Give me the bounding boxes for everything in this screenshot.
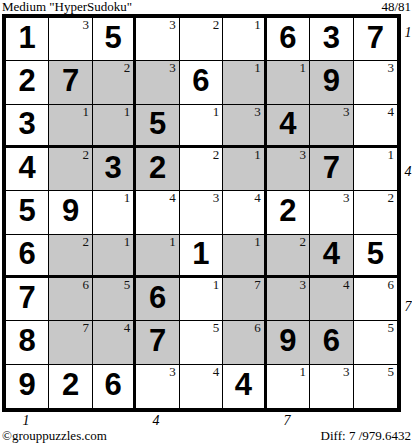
pencil-digit: 1 [254,61,261,75]
cell-r6c1[interactable]: 6 [6,235,49,278]
cell-r1c6[interactable]: 1 [223,18,266,61]
cell-r9c9[interactable]: 5 [354,365,397,408]
cell-r1c9[interactable]: 7 [354,18,397,61]
given-digit: 3 [93,150,133,186]
pencil-digit: 1 [213,105,220,119]
cell-r4c7[interactable]: 3 [267,148,310,191]
puzzle-page: Medium "HyperSudoku" 48/81 1353216372723… [0,0,412,445]
given-digit: 6 [267,20,309,56]
cell-r3c4[interactable]: 5 [136,105,179,148]
pencil-digit: 4 [169,191,176,205]
given-digit: 2 [136,150,178,186]
pencil-digit: 1 [387,148,394,162]
pencil-digit: 1 [300,61,307,75]
pencil-digit: 3 [213,191,220,205]
cell-r9c4[interactable]: 3 [136,365,179,408]
given-digit: 3 [6,105,48,141]
cell-r6c3[interactable]: 1 [93,235,136,278]
pencil-digit: 1 [300,365,307,379]
cell-r5c5[interactable]: 3 [180,191,223,234]
cell-r6c6[interactable]: 1 [223,235,266,278]
cell-r1c5[interactable]: 2 [180,18,223,61]
col-marker-7: 7 [278,413,296,429]
pencil-digit: 3 [300,278,307,292]
pencil-digit: 3 [169,365,176,379]
cell-r3c2[interactable]: 1 [49,105,92,148]
pencil-digit: 1 [254,18,261,32]
cell-r3c5[interactable]: 1 [180,105,223,148]
given-digit: 8 [6,323,48,359]
difficulty-text: Diff: 7 /979.6432 [321,428,411,443]
cell-r4c4[interactable]: 2 [136,148,179,191]
pencil-digit: 6 [254,321,261,335]
given-digit: 3 [310,20,352,56]
given-digit: 7 [49,63,91,99]
given-digit: 9 [267,323,309,359]
cell-r6c9[interactable]: 5 [354,235,397,278]
cell-r1c8[interactable]: 3 [310,18,353,61]
given-digit: 6 [6,235,48,271]
pencil-digit: 1 [213,278,220,292]
pencil-digit: 1 [254,148,261,162]
cell-r6c7[interactable]: 2 [267,235,310,278]
cell-r2c5[interactable]: 6 [180,61,223,104]
cell-r2c4[interactable]: 3 [136,61,179,104]
cell-r2c2[interactable]: 7 [49,61,92,104]
cell-r8c5[interactable]: 5 [180,321,223,364]
given-digit: 5 [93,20,133,56]
cell-r8c6[interactable]: 6 [223,321,266,364]
given-digit: 6 [136,280,178,316]
pencil-digit: 2 [82,235,89,249]
pencil-digit: 1 [82,105,89,119]
given-digit: 4 [267,105,309,141]
cell-r4c5[interactable]: 2 [180,148,223,191]
row-marker-7: 7 [403,299,412,315]
cell-r5c2[interactable]: 9 [49,191,92,234]
pencil-digit: 3 [343,191,350,205]
pencil-digit: 1 [124,191,131,205]
given-digit: 7 [310,150,352,186]
cell-r8c4[interactable]: 7 [136,321,179,364]
given-digit: 7 [6,280,48,316]
header: Medium "HyperSudoku" 48/81 [2,0,411,14]
pencil-digit: 4 [343,278,350,292]
cell-r8c7[interactable]: 9 [267,321,310,364]
pencil-digit: 2 [82,148,89,162]
pencil-digit: 3 [343,105,350,119]
col-marker-4: 4 [147,413,165,429]
col-marker-1: 1 [17,413,35,429]
cell-r4c2[interactable]: 2 [49,148,92,191]
cell-r5c7[interactable]: 2 [267,191,310,234]
given-digit: 7 [136,323,178,359]
given-digit: 4 [223,367,263,403]
cell-r7c6[interactable]: 7 [223,278,266,321]
cell-r7c2[interactable]: 6 [49,278,92,321]
pencil-digit: 7 [254,278,261,292]
cell-r2c9[interactable]: 3 [354,61,397,104]
cell-r6c5[interactable]: 1 [180,235,223,278]
cell-r2c3[interactable]: 2 [93,61,136,104]
cell-r9c3[interactable]: 6 [93,365,136,408]
pencil-digit: 4 [213,365,220,379]
cell-r4c9[interactable]: 1 [354,148,397,191]
cell-r9c6[interactable]: 4 [223,365,266,408]
cell-r5c1[interactable]: 5 [6,191,49,234]
given-digit: 2 [6,63,48,99]
given-digit: 5 [354,235,397,271]
cell-r5c4[interactable]: 4 [136,191,179,234]
given-digit: 2 [267,193,309,229]
pencil-digit: 3 [300,148,307,162]
given-digit: 6 [180,63,222,99]
cell-r8c2[interactable]: 7 [49,321,92,364]
cell-r7c9[interactable]: 6 [354,278,397,321]
pencil-digit: 5 [387,365,394,379]
footer: ©grouppuzzles.com Diff: 7 /979.6432 [2,428,411,443]
cell-r1c4[interactable]: 3 [136,18,179,61]
page-title: Medium "HyperSudoku" [2,0,132,14]
pencil-digit: 2 [124,61,131,75]
given-digit: 6 [310,323,352,359]
cell-r8c9[interactable]: 5 [354,321,397,364]
cell-r4c6[interactable]: 1 [223,148,266,191]
cell-r7c4[interactable]: 6 [136,278,179,321]
cell-r9c8[interactable]: 3 [310,365,353,408]
page-number: 48/81 [381,0,411,14]
cell-r8c8[interactable]: 6 [310,321,353,364]
pencil-digit: 5 [124,278,131,292]
cell-r2c8[interactable]: 9 [310,61,353,104]
cell-r7c3[interactable]: 5 [93,278,136,321]
given-digit: 9 [6,367,48,403]
given-digit: 9 [310,63,352,99]
cell-r4c3[interactable]: 3 [93,148,136,191]
cell-r2c7[interactable]: 1 [267,61,310,104]
cell-r3c9[interactable]: 4 [354,105,397,148]
given-digit: 9 [49,193,91,229]
cell-r3c8[interactable]: 3 [310,105,353,148]
given-digit: 1 [6,20,48,56]
pencil-digit: 3 [82,18,89,32]
cell-r5c3[interactable]: 1 [93,191,136,234]
sudoku-board: 1353216372723611933115134344232213715914… [2,14,401,412]
cell-r4c1[interactable]: 4 [6,148,49,191]
cell-r3c7[interactable]: 4 [267,105,310,148]
given-digit: 5 [136,105,178,141]
cell-r8c1[interactable]: 8 [6,321,49,364]
cell-r3c1[interactable]: 3 [6,105,49,148]
cell-r7c8[interactable]: 4 [310,278,353,321]
copyright-text: ©grouppuzzles.com [2,428,107,443]
cell-r4c8[interactable]: 7 [310,148,353,191]
pencil-digit: 6 [82,278,89,292]
cell-r7c7[interactable]: 3 [267,278,310,321]
pencil-digit: 4 [254,191,261,205]
cell-r5c9[interactable]: 2 [354,191,397,234]
given-digit: 6 [93,367,133,403]
cell-r5c6[interactable]: 4 [223,191,266,234]
cell-r1c7[interactable]: 6 [267,18,310,61]
pencil-digit: 2 [387,191,394,205]
cell-r9c2[interactable]: 2 [49,365,92,408]
cell-r9c7[interactable]: 1 [267,365,310,408]
pencil-digit: 3 [169,18,176,32]
pencil-digit: 1 [254,235,261,249]
pencil-digit: 4 [387,105,394,119]
cell-r8c3[interactable]: 4 [93,321,136,364]
pencil-digit: 7 [82,321,89,335]
given-digit: 5 [6,193,48,229]
given-digit: 1 [180,235,222,271]
given-digit: 4 [310,235,352,271]
cell-r6c8[interactable]: 4 [310,235,353,278]
cell-r6c4[interactable]: 1 [136,235,179,278]
cell-r7c5[interactable]: 1 [180,278,223,321]
pencil-digit: 5 [387,321,394,335]
given-digit: 4 [6,150,48,186]
pencil-digit: 3 [254,105,261,119]
pencil-digit: 3 [343,365,350,379]
cell-r9c1[interactable]: 9 [6,365,49,408]
pencil-digit: 4 [124,321,131,335]
cell-r2c1[interactable]: 2 [6,61,49,104]
cell-r3c6[interactable]: 3 [223,105,266,148]
given-digit: 2 [49,367,91,403]
cell-r1c2[interactable]: 3 [49,18,92,61]
cell-r1c1[interactable]: 1 [6,18,49,61]
given-digit: 7 [354,20,397,56]
pencil-digit: 5 [213,321,220,335]
pencil-digit: 6 [387,278,394,292]
pencil-digit: 1 [124,235,131,249]
pencil-digit: 1 [169,235,176,249]
cell-r2c6[interactable]: 1 [223,61,266,104]
pencil-digit: 2 [213,18,220,32]
pencil-digit: 2 [213,148,220,162]
cell-r1c3[interactable]: 5 [93,18,136,61]
cell-r5c8[interactable]: 3 [310,191,353,234]
row-marker-1: 1 [403,25,412,41]
pencil-digit: 1 [124,105,131,119]
pencil-digit: 2 [300,235,307,249]
cell-r9c5[interactable]: 4 [180,365,223,408]
pencil-digit: 3 [387,61,394,75]
cell-r7c1[interactable]: 7 [6,278,49,321]
cell-r6c2[interactable]: 2 [49,235,92,278]
pencil-digit: 3 [169,61,176,75]
cell-r3c3[interactable]: 1 [93,105,136,148]
row-marker-4: 4 [403,164,412,180]
